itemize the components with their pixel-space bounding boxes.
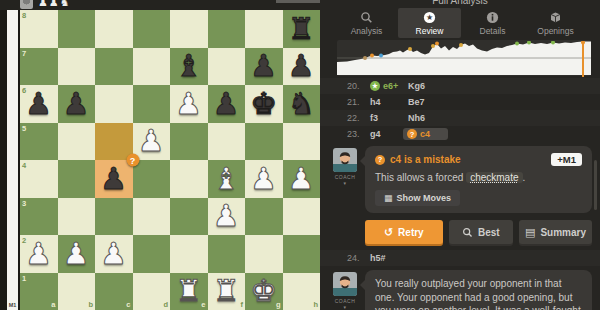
file-label-h: h <box>313 300 318 309</box>
square-d1[interactable]: d <box>133 273 171 310</box>
square-c1[interactable]: c <box>95 273 133 310</box>
square-f5[interactable] <box>208 123 246 161</box>
action-buttons: ↺ Retry Best ▤ Summary <box>365 220 592 244</box>
piece-black-pawn[interactable]: ♟ <box>95 160 133 198</box>
rank-label-4: 4 <box>22 161 26 170</box>
piece-white-pawn[interactable]: ♟ <box>208 198 246 236</box>
square-c2[interactable]: ♟ <box>95 235 133 273</box>
square-c8[interactable] <box>95 10 133 48</box>
piece-white-pawn[interactable]: ♟ <box>58 235 96 273</box>
square-e4[interactable] <box>170 160 208 198</box>
coach-comment-final: COACH ▾ You really outplayed your oppone… <box>333 270 592 310</box>
move-white-g4[interactable]: g4 <box>370 129 381 139</box>
captured-pieces: ♟♟♞ <box>38 0 71 9</box>
move-black-Be7[interactable]: Be7 <box>408 97 425 107</box>
coach-avatar[interactable] <box>333 272 357 296</box>
square-b2[interactable]: ♟ <box>58 235 96 273</box>
square-e7[interactable]: ♝ <box>170 48 208 86</box>
opponent-player-bar: ♟♟♞ <box>0 0 320 10</box>
retry-button[interactable]: ↺ Retry <box>365 220 443 244</box>
tab-details[interactable]: Details <box>461 8 524 38</box>
square-h3[interactable] <box>283 198 321 236</box>
square-e6[interactable]: ♟ <box>170 85 208 123</box>
final-comment: You really outplayed your opponent in th… <box>375 277 582 310</box>
piece-white-pawn[interactable]: ♟ <box>133 123 171 161</box>
square-d3[interactable] <box>133 198 171 236</box>
square-b1[interactable]: b <box>58 273 96 310</box>
selected-move-chip[interactable]: ?c4 <box>403 128 448 140</box>
square-g3[interactable] <box>245 198 283 236</box>
square-f1[interactable]: f♜ <box>208 273 246 310</box>
file-label-d: d <box>163 300 168 309</box>
grid-icon: ▦ <box>384 193 393 203</box>
square-h7[interactable]: ♟ <box>283 48 321 86</box>
coach-label[interactable]: COACH ▾ <box>333 174 357 186</box>
square-d6[interactable] <box>133 85 171 123</box>
square-a7[interactable]: 7 <box>20 48 58 86</box>
summary-button[interactable]: ▤ Summary <box>519 220 592 244</box>
rank-label-2: 2 <box>22 236 26 245</box>
piece-white-pawn[interactable]: ♟ <box>283 160 321 198</box>
piece-white-rook[interactable]: ♜ <box>208 273 246 310</box>
square-h6[interactable]: ♞ <box>283 85 321 123</box>
file-label-a: a <box>51 300 55 309</box>
tab-bar: Analysis ★ Review Details <box>335 8 587 38</box>
piece-black-king[interactable]: ♚ <box>245 85 283 123</box>
mate-badge: +M1 <box>551 153 582 166</box>
square-g5[interactable] <box>245 123 283 161</box>
svg-text:★: ★ <box>426 13 433 22</box>
rank-label-6: 6 <box>22 86 26 95</box>
square-a6[interactable]: 6♟ <box>20 85 58 123</box>
move-san: Be7 <box>408 97 425 107</box>
piece-black-knight[interactable]: ♞ <box>283 85 321 123</box>
square-a8[interactable]: 8 <box>20 10 58 48</box>
square-d8[interactable] <box>133 10 171 48</box>
square-b8[interactable] <box>58 10 96 48</box>
square-f8[interactable] <box>208 10 246 48</box>
square-a5[interactable]: 5 <box>20 123 58 161</box>
move-white-f3[interactable]: f3 <box>370 113 378 123</box>
move-san: h4 <box>370 97 381 107</box>
move-list: 20.★e6+Kg621.h4Be722.f3Nh623.g4?c4 COACH… <box>320 78 600 310</box>
move-black-Kg6[interactable]: Kg6 <box>408 81 425 91</box>
square-e3[interactable] <box>170 198 208 236</box>
piece-white-bishop[interactable]: ♝ <box>208 160 246 198</box>
best-move-icon: ★ <box>370 81 380 91</box>
rank-label-3: 3 <box>22 199 26 208</box>
move-number: 22. <box>347 113 360 123</box>
move-black-Nh6[interactable]: Nh6 <box>408 113 425 123</box>
square-a2[interactable]: 2♟ <box>20 235 58 273</box>
final-bubble: You really outplayed your opponent in th… <box>365 270 592 310</box>
panel-header: Full Analysis <box>320 0 600 7</box>
square-h2[interactable] <box>283 235 321 273</box>
tab-review[interactable]: ★ Review <box>398 8 461 38</box>
square-h1[interactable]: h <box>283 273 321 310</box>
best-magnifier-icon <box>462 227 473 238</box>
move-row-21: 21.h4Be7 <box>320 94 600 110</box>
square-c7[interactable] <box>95 48 133 86</box>
square-b3[interactable] <box>58 198 96 236</box>
move-san: c4 <box>420 129 430 139</box>
piece-black-pawn[interactable]: ♟ <box>58 85 96 123</box>
piece-black-bishop[interactable]: ♝ <box>170 48 208 86</box>
square-d2[interactable] <box>133 235 171 273</box>
square-f7[interactable] <box>208 48 246 86</box>
mistake-icon: ? <box>375 155 385 165</box>
square-a1[interactable]: 1a <box>20 273 58 310</box>
square-f6[interactable]: ♟ <box>208 85 246 123</box>
square-b5[interactable] <box>58 123 96 161</box>
square-b4[interactable] <box>58 160 96 198</box>
tab-analysis[interactable]: Analysis <box>335 8 398 38</box>
move-row-20: 20.★e6+Kg6 <box>320 78 600 94</box>
square-g8[interactable] <box>245 10 283 48</box>
square-g4[interactable]: ♟ <box>245 160 283 198</box>
magnifier-icon <box>360 11 373 24</box>
square-c3[interactable] <box>95 198 133 236</box>
square-e5[interactable] <box>170 123 208 161</box>
move-san: g4 <box>370 129 381 139</box>
move-san: Kg6 <box>408 81 425 91</box>
rank-label-7: 7 <box>22 49 26 58</box>
move-row-22: 22.f3Nh6 <box>320 110 600 126</box>
opponent-avatar[interactable] <box>20 0 33 9</box>
square-e2[interactable] <box>170 235 208 273</box>
move-row-24: 24.h5# <box>320 250 600 266</box>
square-b6[interactable]: ♟ <box>58 85 96 123</box>
square-a3[interactable]: 3 <box>20 198 58 236</box>
file-label-b: b <box>88 300 93 309</box>
move-white-e6+[interactable]: ★e6+ <box>370 81 398 91</box>
move-rows: 20.★e6+Kg621.h4Be722.f3Nh623.g4?c4 <box>320 78 600 142</box>
evaluation-bar: M1 <box>7 10 18 310</box>
move-number: 23. <box>347 129 360 139</box>
evaluation-label: M1 <box>7 302 18 308</box>
mistake-bubble: ? c4 is a mistake +M1 This allows a forc… <box>365 146 592 213</box>
square-d4[interactable] <box>133 160 171 198</box>
square-a4[interactable]: 4 <box>20 160 58 198</box>
piece-black-pawn[interactable]: ♟ <box>208 85 246 123</box>
square-g6[interactable]: ♚ <box>245 85 283 123</box>
star-circle-icon: ★ <box>423 11 436 24</box>
piece-white-pawn[interactable]: ♟ <box>245 160 283 198</box>
move-black-c4[interactable]: ?c4 <box>408 128 448 140</box>
square-g1[interactable]: g♚ <box>245 273 283 310</box>
file-label-c: c <box>126 300 130 309</box>
checkmate-chip[interactable]: checkmate <box>466 172 522 183</box>
move-white-h5#[interactable]: h5# <box>370 253 386 263</box>
square-d5[interactable]: ♟ <box>133 123 171 161</box>
move-white-h4[interactable]: h4 <box>370 97 381 107</box>
info-icon <box>486 11 499 24</box>
move-number: 20. <box>347 81 360 91</box>
chess-board[interactable]: 8♜7♝♟♟6♟♟♟♟♚♞5♟4♟?♝♟♟3♟2♟♟♟1abcde♜f♜g♚h <box>20 10 320 310</box>
tab-openings[interactable]: Openings <box>524 8 587 38</box>
square-h5[interactable] <box>283 123 321 161</box>
square-c6[interactable] <box>95 85 133 123</box>
mistake-move-icon: ? <box>407 129 417 139</box>
square-f3[interactable]: ♟ <box>208 198 246 236</box>
summary-icon: ▤ <box>525 226 535 239</box>
piece-black-pawn[interactable]: ♟ <box>245 48 283 86</box>
square-e8[interactable] <box>170 10 208 48</box>
square-e1[interactable]: e♜ <box>170 273 208 310</box>
rank-label-8: 8 <box>22 11 26 20</box>
square-h4[interactable]: ♟ <box>283 160 321 198</box>
file-label-g: g <box>276 300 281 309</box>
coach-comment-mistake: COACH ▾ ? c4 is a mistake +M1 This allow… <box>333 146 592 213</box>
square-c5[interactable] <box>95 123 133 161</box>
scrollbar-thumb[interactable] <box>594 160 597 210</box>
file-label-e: e <box>201 300 205 309</box>
piece-white-pawn[interactable]: ♟ <box>95 235 133 273</box>
analysis-panel: Full Analysis Analysis ★ Review <box>320 0 600 310</box>
panel-title: Full Analysis <box>320 0 600 6</box>
square-f4[interactable]: ♝ <box>208 160 246 198</box>
square-d7[interactable] <box>133 48 171 86</box>
move-san: h5# <box>370 253 386 263</box>
square-b7[interactable] <box>58 48 96 86</box>
move-row-23: 23.g4?c4 <box>320 126 600 142</box>
move-san: f3 <box>370 113 378 123</box>
evaluation-graph[interactable] <box>337 40 591 76</box>
move-number: 24. <box>347 253 360 263</box>
coach-label[interactable]: COACH ▾ <box>333 298 357 310</box>
move-san: e6+ <box>383 81 398 91</box>
best-button[interactable]: Best <box>449 220 513 244</box>
square-h8[interactable]: ♜ <box>283 10 321 48</box>
square-c4[interactable]: ♟? <box>95 160 133 198</box>
move-number: 21. <box>347 97 360 107</box>
game-review-screen: ♟♟♞ M1 8♜7♝♟♟6♟♟♟♟♚♞5♟4♟?♝♟♟3♟2♟♟♟1abcde… <box>0 0 600 310</box>
mistake-body: This allows a forced checkmate. <box>375 172 582 183</box>
openings-book-icon <box>549 11 562 24</box>
retry-icon: ↺ <box>384 226 393 239</box>
square-g2[interactable] <box>245 235 283 273</box>
piece-black-pawn[interactable]: ♟ <box>283 48 321 86</box>
square-g7[interactable]: ♟ <box>245 48 283 86</box>
coach-avatar[interactable] <box>333 148 357 172</box>
piece-white-pawn[interactable]: ♟ <box>170 85 208 123</box>
move-san: Nh6 <box>408 113 425 123</box>
piece-black-rook[interactable]: ♜ <box>283 10 321 48</box>
rank-label-1: 1 <box>22 274 26 283</box>
mistake-badge-icon: ? <box>126 154 139 167</box>
file-label-f: f <box>241 300 244 309</box>
square-f2[interactable] <box>208 235 246 273</box>
move-rows-final: 24.h5# <box>320 250 600 266</box>
rank-label-5: 5 <box>22 124 26 133</box>
show-moves-button[interactable]: ▦ Show Moves <box>375 190 460 206</box>
player-bar-fragment <box>276 0 320 3</box>
mistake-title: c4 is a mistake <box>390 154 461 165</box>
